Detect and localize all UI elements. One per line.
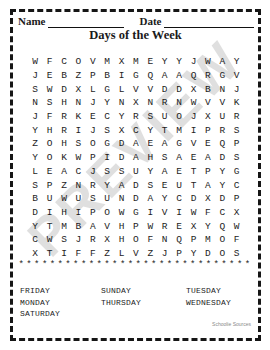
grid-cell: W <box>186 96 200 110</box>
grid-cell: R <box>57 110 71 124</box>
grid-cell: O <box>129 233 143 247</box>
grid-cell: N <box>114 192 128 206</box>
grid-cell: U <box>42 192 56 206</box>
grid-cell: Y <box>28 219 42 233</box>
grid-cell: T <box>186 178 200 192</box>
grid-cell: C <box>129 123 143 137</box>
name-label: Name <box>18 15 46 28</box>
grid-cell: M <box>100 55 114 69</box>
grid-cell: H <box>57 206 71 220</box>
grid-cell: F <box>229 233 243 247</box>
grid-cell: Y <box>229 55 243 69</box>
grid-cell: G <box>129 69 143 83</box>
grid-cell: D <box>158 82 172 96</box>
grid-cell: O <box>71 55 85 69</box>
grid-cell: Z <box>71 69 85 83</box>
grid-cell: D <box>215 151 229 165</box>
word-list-column-2: SUNDAYTHURSDAY <box>101 285 186 320</box>
grid-cell: A <box>114 178 128 192</box>
grid-cell: A <box>143 192 157 206</box>
grid-cell: Q <box>143 69 157 83</box>
grid-cell: P <box>201 123 215 137</box>
grid-cell: U <box>71 192 85 206</box>
grid-cell: U <box>172 178 186 192</box>
grid-cell: X <box>201 110 215 124</box>
grid-cell: O <box>42 151 56 165</box>
grid-cell: G <box>215 69 229 83</box>
grid-cell: I <box>71 206 85 220</box>
grid-cell: S <box>229 123 243 137</box>
header: Name Date <box>18 15 254 28</box>
grid-cell: V <box>201 96 215 110</box>
grid-cell: R <box>158 96 172 110</box>
grid-cell: F <box>86 247 100 261</box>
grid-cell: I <box>100 151 114 165</box>
stitched-border: Name Date Days of the Week WFCOVMXMEYYJW… <box>10 9 261 341</box>
grid-cell: S <box>100 165 114 179</box>
grid-cell: F <box>201 206 215 220</box>
grid-cell: Y <box>201 219 215 233</box>
word-list-item: TUESDAY <box>186 285 254 297</box>
grid-cell: W <box>71 151 85 165</box>
grid-cell: W <box>57 192 71 206</box>
grid-cell: S <box>42 96 56 110</box>
grid-cell: E <box>186 151 200 165</box>
grid-cell: H <box>143 151 157 165</box>
grid-cell: M <box>57 219 71 233</box>
grid-cell: S <box>100 123 114 137</box>
grid-cell: J <box>186 55 200 69</box>
grid-cell: N <box>71 96 85 110</box>
grid-cell: D <box>57 82 71 96</box>
grid-cell: Z <box>28 137 42 151</box>
grid-cell: Q <box>215 137 229 151</box>
grid-cell: Z <box>57 178 71 192</box>
grid-cell: C <box>28 233 42 247</box>
word-list-item: FRIDAY <box>20 285 101 297</box>
grid-cell: F <box>42 55 56 69</box>
grid-cell: J <box>86 96 100 110</box>
grid-cell: X <box>129 96 143 110</box>
grid-cell: I <box>172 206 186 220</box>
grid-cell: Y <box>215 165 229 179</box>
grid-cell: S <box>143 178 157 192</box>
grid-cell: B <box>201 82 215 96</box>
grid-cell: S <box>143 110 157 124</box>
grid-cell: P <box>229 192 243 206</box>
grid-cell: X <box>229 206 243 220</box>
grid-cell: P <box>42 178 56 192</box>
grid-cell: F <box>143 233 157 247</box>
grid-cell: O <box>172 110 186 124</box>
grid-cell: R <box>229 110 243 124</box>
grid-cell: I <box>71 123 85 137</box>
grid-cell: E <box>172 219 186 233</box>
grid-cell: D <box>201 247 215 261</box>
grid-cell: S <box>28 178 42 192</box>
grid-cell: L <box>28 165 42 179</box>
date-label: Date <box>140 15 162 28</box>
grid-cell: A <box>215 55 229 69</box>
grid-cell: A <box>129 151 143 165</box>
grid-cell: B <box>71 219 85 233</box>
grid-cell: O <box>86 137 100 151</box>
grid-cell: R <box>215 123 229 137</box>
grid-cell: O <box>42 137 56 151</box>
grid-cell: W <box>201 55 215 69</box>
grid-cell: H <box>42 123 56 137</box>
grid-cell: L <box>86 82 100 96</box>
grid-cell: P <box>229 137 243 151</box>
grid-cell: S <box>28 82 42 96</box>
grid-cell: R <box>86 233 100 247</box>
grid-cell: R <box>201 69 215 83</box>
grid-cell: E <box>143 55 157 69</box>
grid-cell: T <box>158 123 172 137</box>
grid-cell: Y <box>186 247 200 261</box>
grid-cell: D <box>129 192 143 206</box>
grid-cell: V <box>143 82 157 96</box>
grid-cell: J <box>28 110 42 124</box>
grid-cell: X <box>186 82 200 96</box>
grid-cell: U <box>215 110 229 124</box>
grid-cell: V <box>186 137 200 151</box>
grid-cell: D <box>114 151 128 165</box>
grid-cell: P <box>172 247 186 261</box>
grid-cell: T <box>42 219 56 233</box>
word-list-item: MONDAY <box>20 297 101 309</box>
grid-cell: S <box>158 151 172 165</box>
grid-cell: G <box>229 165 243 179</box>
grid-cell: C <box>229 178 243 192</box>
grid-cell: W <box>42 233 56 247</box>
grid-cell: E <box>143 137 157 151</box>
grid-cell: L <box>114 82 128 96</box>
word-list-column-3: TUESDAYWEDNESDAY <box>186 285 254 320</box>
grid-cell: B <box>57 69 71 83</box>
grid-cell: C <box>57 55 71 69</box>
grid-cell: A <box>201 178 215 192</box>
grid-cell: O <box>100 206 114 220</box>
grid-cell: H <box>114 219 128 233</box>
grid-cell: J <box>186 110 200 124</box>
grid-cell: A <box>172 151 186 165</box>
grid-cell: H <box>57 96 71 110</box>
grid-cell: W <box>114 206 128 220</box>
grid-cell: W <box>42 82 56 96</box>
grid-cell: G <box>172 137 186 151</box>
grid-cell: E <box>172 165 186 179</box>
grid-cell: D <box>28 206 42 220</box>
grid-cell: M <box>129 55 143 69</box>
grid-cell: V <box>129 82 143 96</box>
grid-cell: V <box>129 247 143 261</box>
grid-cell: P <box>186 233 200 247</box>
grid-cell: I <box>42 206 56 220</box>
grid-cell: V <box>229 69 243 83</box>
grid-cell: E <box>201 137 215 151</box>
grid-cell: O <box>215 233 229 247</box>
grid-cell: A <box>158 69 172 83</box>
grid-cell: K <box>57 151 71 165</box>
grid-cell: W <box>143 219 157 233</box>
grid-cell: A <box>129 137 143 151</box>
grid-cell: U <box>158 110 172 124</box>
grid-cell: C <box>71 165 85 179</box>
grid-cell: V <box>158 206 172 220</box>
grid-cell: S <box>229 151 243 165</box>
worksheet-page: Name Date Days of the Week WFCOVMXMEYYJW… <box>0 0 270 350</box>
grid-cell: C <box>215 206 229 220</box>
grid-cell: P <box>86 206 100 220</box>
grid-cell: R <box>86 178 100 192</box>
grid-cell: P <box>86 151 100 165</box>
grid-cell: A <box>86 219 100 233</box>
grid-cell: Y <box>143 123 157 137</box>
grid-cell: X <box>201 192 215 206</box>
grid-cell: L <box>114 247 128 261</box>
grid-cell: H <box>114 233 128 247</box>
grid-cell: P <box>129 219 143 233</box>
grid-cell: N <box>28 96 42 110</box>
grid-cell: A <box>158 137 172 151</box>
page-title: Days of the Week <box>13 28 258 43</box>
grid-cell: A <box>201 151 215 165</box>
grid-cell: U <box>100 192 114 206</box>
grid-cell: Y <box>100 178 114 192</box>
grid-cell: M <box>201 233 215 247</box>
grid-cell: Y <box>28 123 42 137</box>
grid-cell: D <box>186 192 200 206</box>
name-blank-line <box>48 16 124 28</box>
grid-cell: T <box>186 165 200 179</box>
grid-cell: N <box>71 178 85 192</box>
grid-cell: F <box>71 247 85 261</box>
grid-cell: X <box>71 82 85 96</box>
grid-cell: K <box>71 110 85 124</box>
grid-cell: S <box>86 192 100 206</box>
credit-text: Schoolie Sources <box>212 321 251 327</box>
grid-cell: X <box>114 55 128 69</box>
grid-cell: E <box>158 178 172 192</box>
word-list-item: SATURDAY <box>20 308 101 320</box>
grid-cell: Y <box>143 165 157 179</box>
grid-cell: M <box>172 123 186 137</box>
grid-cell: Z <box>143 247 157 261</box>
grid-cell: X <box>114 123 128 137</box>
grid-cell: J <box>229 82 243 96</box>
grid-cell: G <box>100 137 114 151</box>
grid-cell: O <box>215 247 229 261</box>
grid-cell: Y <box>28 151 42 165</box>
grid-cell: E <box>42 165 56 179</box>
grid-cell: N <box>143 96 157 110</box>
grid-cell: J <box>71 233 85 247</box>
grid-cell: Z <box>100 247 114 261</box>
grid-cell: P <box>86 69 100 83</box>
grid-cell: W <box>229 219 243 233</box>
grid-cell: I <box>114 69 128 83</box>
grid-cell: I <box>57 247 71 261</box>
grid-cell: A <box>158 165 172 179</box>
grid-cell: X <box>28 247 42 261</box>
grid-cell: R <box>129 110 143 124</box>
grid-cell: E <box>42 69 56 83</box>
grid-cell: G <box>129 206 143 220</box>
grid-cell: P <box>201 165 215 179</box>
word-list: FRIDAYMONDAYSATURDAY SUNDAYTHURSDAY TUES… <box>20 285 254 320</box>
separator-stars: ****************************** <box>13 260 258 270</box>
grid-cell: H <box>57 137 71 151</box>
word-list-column-1: FRIDAYMONDAYSATURDAY <box>20 285 101 320</box>
grid-cell: Q <box>172 233 186 247</box>
grid-cell: Y <box>172 55 186 69</box>
grid-cell: I <box>143 206 157 220</box>
grid-cell: N <box>172 96 186 110</box>
grid-cell: Y <box>215 178 229 192</box>
grid-cell: Q <box>186 69 200 83</box>
word-list-item: THURSDAY <box>101 297 186 309</box>
grid-cell: Y <box>158 192 172 206</box>
grid-cell: J <box>28 69 42 83</box>
grid-cell: Y <box>100 96 114 110</box>
grid-cell: X <box>100 233 114 247</box>
grid-cell: T <box>42 247 56 261</box>
grid-cell: S <box>114 165 128 179</box>
grid-cell: N <box>215 82 229 96</box>
grid-cell: D <box>129 178 143 192</box>
grid-cell: Q <box>215 219 229 233</box>
grid-cell: A <box>57 165 71 179</box>
grid-cell: V <box>215 96 229 110</box>
grid-cell: Y <box>114 110 128 124</box>
word-list-item: WEDNESDAY <box>186 297 254 309</box>
grid-cell: Y <box>158 55 172 69</box>
grid-cell: W <box>28 55 42 69</box>
grid-cell: J <box>86 123 100 137</box>
grid-cell: C <box>100 110 114 124</box>
grid-cell: S <box>229 247 243 261</box>
grid-cell: B <box>100 69 114 83</box>
grid-cell: A <box>172 69 186 83</box>
date-blank-line <box>164 16 255 28</box>
grid-cell: X <box>186 219 200 233</box>
grid-cell: S <box>57 233 71 247</box>
grid-cell: J <box>86 165 100 179</box>
grid-cell: R <box>57 123 71 137</box>
grid-cell: N <box>114 96 128 110</box>
grid-cell: V <box>86 55 100 69</box>
grid-cell: I <box>186 123 200 137</box>
grid-cell: K <box>229 96 243 110</box>
grid-cell: W <box>186 206 200 220</box>
word-list-item: SUNDAY <box>101 285 186 297</box>
grid-cell: S <box>71 137 85 151</box>
grid-cell: R <box>158 219 172 233</box>
grid-cell: D <box>114 137 128 151</box>
grid-cell: G <box>100 82 114 96</box>
grid-cell: E <box>86 110 100 124</box>
grid-cell: U <box>129 165 143 179</box>
grid-cell: N <box>158 233 172 247</box>
grid-cell: F <box>42 110 56 124</box>
grid-cell: B <box>28 192 42 206</box>
grid-cell: J <box>158 247 172 261</box>
word-search-grid: WFCOVMXMEYYJWAYJEBZPBIGQAAQRGVSWDXLGLVVD… <box>28 55 244 260</box>
grid-cell: D <box>172 82 186 96</box>
grid-cell: V <box>100 219 114 233</box>
grid-cell: C <box>172 192 186 206</box>
grid-cell: D <box>215 192 229 206</box>
